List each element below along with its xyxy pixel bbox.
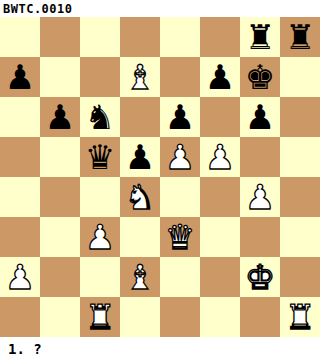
white-bishop: ♝ bbox=[120, 57, 160, 97]
square-f8[interactable] bbox=[200, 17, 240, 57]
square-d2[interactable]: ♝ bbox=[120, 257, 160, 297]
square-h7[interactable] bbox=[280, 57, 320, 97]
square-e7[interactable] bbox=[160, 57, 200, 97]
square-a3[interactable] bbox=[0, 217, 40, 257]
white-pawn: ♟ bbox=[160, 137, 200, 177]
square-h3[interactable] bbox=[280, 217, 320, 257]
square-f2[interactable] bbox=[200, 257, 240, 297]
black-rook: ♜ bbox=[280, 17, 320, 57]
black-pawn: ♟ bbox=[160, 97, 200, 137]
square-d8[interactable] bbox=[120, 17, 160, 57]
square-a7[interactable]: ♟ bbox=[0, 57, 40, 97]
square-d1[interactable] bbox=[120, 297, 160, 337]
chess-board: ♜♜♟♝♟♚♟♞♟♟♛♟♟♟♞♟♟♛♟♝♚♜♜ bbox=[0, 17, 320, 337]
square-h6[interactable] bbox=[280, 97, 320, 137]
square-e6[interactable]: ♟ bbox=[160, 97, 200, 137]
square-b8[interactable] bbox=[40, 17, 80, 57]
square-b6[interactable]: ♟ bbox=[40, 97, 80, 137]
square-d4[interactable]: ♞ bbox=[120, 177, 160, 217]
white-rook: ♜ bbox=[80, 297, 120, 337]
square-b4[interactable] bbox=[40, 177, 80, 217]
square-e8[interactable] bbox=[160, 17, 200, 57]
white-pawn: ♟ bbox=[240, 177, 280, 217]
square-e2[interactable] bbox=[160, 257, 200, 297]
white-rook: ♜ bbox=[280, 297, 320, 337]
square-h2[interactable] bbox=[280, 257, 320, 297]
square-c6[interactable]: ♞ bbox=[80, 97, 120, 137]
black-knight: ♞ bbox=[80, 97, 120, 137]
square-e3[interactable]: ♛ bbox=[160, 217, 200, 257]
white-pawn: ♟ bbox=[200, 137, 240, 177]
black-pawn: ♟ bbox=[240, 97, 280, 137]
puzzle-title: BWTC.0010 bbox=[0, 0, 320, 17]
square-c7[interactable] bbox=[80, 57, 120, 97]
square-g2[interactable]: ♚ bbox=[240, 257, 280, 297]
square-h8[interactable]: ♜ bbox=[280, 17, 320, 57]
square-g5[interactable] bbox=[240, 137, 280, 177]
square-h4[interactable] bbox=[280, 177, 320, 217]
square-d6[interactable] bbox=[120, 97, 160, 137]
square-a5[interactable] bbox=[0, 137, 40, 177]
square-d3[interactable] bbox=[120, 217, 160, 257]
square-a4[interactable] bbox=[0, 177, 40, 217]
white-queen: ♛ bbox=[160, 217, 200, 257]
square-d7[interactable]: ♝ bbox=[120, 57, 160, 97]
square-f6[interactable] bbox=[200, 97, 240, 137]
square-f4[interactable] bbox=[200, 177, 240, 217]
square-a6[interactable] bbox=[0, 97, 40, 137]
square-h5[interactable] bbox=[280, 137, 320, 177]
white-knight: ♞ bbox=[120, 177, 160, 217]
square-b1[interactable] bbox=[40, 297, 80, 337]
square-g8[interactable]: ♜ bbox=[240, 17, 280, 57]
white-pawn: ♟ bbox=[80, 217, 120, 257]
square-c4[interactable] bbox=[80, 177, 120, 217]
square-c3[interactable]: ♟ bbox=[80, 217, 120, 257]
square-b7[interactable] bbox=[40, 57, 80, 97]
black-pawn: ♟ bbox=[40, 97, 80, 137]
square-g7[interactable]: ♚ bbox=[240, 57, 280, 97]
square-b3[interactable] bbox=[40, 217, 80, 257]
white-bishop: ♝ bbox=[120, 257, 160, 297]
square-c5[interactable]: ♛ bbox=[80, 137, 120, 177]
square-f1[interactable] bbox=[200, 297, 240, 337]
square-g1[interactable] bbox=[240, 297, 280, 337]
square-d5[interactable]: ♟ bbox=[120, 137, 160, 177]
black-rook: ♜ bbox=[240, 17, 280, 57]
square-f7[interactable]: ♟ bbox=[200, 57, 240, 97]
square-a2[interactable]: ♟ bbox=[0, 257, 40, 297]
white-pawn: ♟ bbox=[0, 257, 40, 297]
white-king: ♚ bbox=[240, 257, 280, 297]
square-b2[interactable] bbox=[40, 257, 80, 297]
square-g3[interactable] bbox=[240, 217, 280, 257]
square-f3[interactable] bbox=[200, 217, 240, 257]
black-pawn: ♟ bbox=[0, 57, 40, 97]
black-king: ♚ bbox=[240, 57, 280, 97]
square-b5[interactable] bbox=[40, 137, 80, 177]
square-a1[interactable] bbox=[0, 297, 40, 337]
square-a8[interactable] bbox=[0, 17, 40, 57]
square-c1[interactable]: ♜ bbox=[80, 297, 120, 337]
square-g4[interactable]: ♟ bbox=[240, 177, 280, 217]
square-c8[interactable] bbox=[80, 17, 120, 57]
square-e1[interactable] bbox=[160, 297, 200, 337]
square-f5[interactable]: ♟ bbox=[200, 137, 240, 177]
square-e4[interactable] bbox=[160, 177, 200, 217]
black-queen: ♛ bbox=[80, 137, 120, 177]
square-e5[interactable]: ♟ bbox=[160, 137, 200, 177]
black-pawn: ♟ bbox=[120, 137, 160, 177]
move-prompt: 1. ? bbox=[0, 337, 320, 360]
square-g6[interactable]: ♟ bbox=[240, 97, 280, 137]
black-pawn: ♟ bbox=[200, 57, 240, 97]
square-c2[interactable] bbox=[80, 257, 120, 297]
square-h1[interactable]: ♜ bbox=[280, 297, 320, 337]
